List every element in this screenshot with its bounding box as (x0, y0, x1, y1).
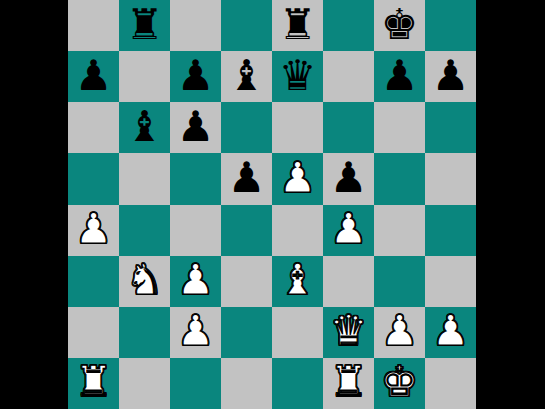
black-queen-e7[interactable]: ♛ (279, 55, 317, 97)
square-h5[interactable] (425, 153, 476, 204)
white-knight-b3[interactable]: ♞ (126, 259, 164, 301)
square-d1[interactable] (221, 358, 272, 409)
black-pawn-d5[interactable]: ♟ (228, 157, 266, 199)
square-c7[interactable]: ♟ (170, 51, 221, 102)
square-a8[interactable] (68, 0, 119, 51)
black-pawn-c6[interactable]: ♟ (177, 106, 215, 148)
square-f4[interactable]: ♟ (323, 205, 374, 256)
square-a6[interactable] (68, 102, 119, 153)
square-g3[interactable] (374, 256, 425, 307)
white-king-g1[interactable]: ♚ (381, 361, 419, 403)
square-e3[interactable]: ♝ (272, 256, 323, 307)
square-e7[interactable]: ♛ (272, 51, 323, 102)
black-pawn-a7[interactable]: ♟ (75, 55, 113, 97)
white-pawn-c2[interactable]: ♟ (177, 310, 215, 352)
square-f2[interactable]: ♛ (323, 307, 374, 358)
square-d4[interactable] (221, 205, 272, 256)
black-bishop-b6[interactable]: ♝ (126, 106, 164, 148)
white-pawn-c3[interactable]: ♟ (177, 259, 215, 301)
square-g7[interactable]: ♟ (374, 51, 425, 102)
square-a7[interactable]: ♟ (68, 51, 119, 102)
white-pawn-h2[interactable]: ♟ (432, 310, 470, 352)
letterbox-left (0, 0, 68, 409)
square-g5[interactable] (374, 153, 425, 204)
square-g4[interactable] (374, 205, 425, 256)
letterbox-right (476, 0, 545, 409)
square-c5[interactable] (170, 153, 221, 204)
square-h4[interactable] (425, 205, 476, 256)
square-b7[interactable] (119, 51, 170, 102)
square-c8[interactable] (170, 0, 221, 51)
square-b2[interactable] (119, 307, 170, 358)
white-pawn-g2[interactable]: ♟ (381, 310, 419, 352)
square-a4[interactable]: ♟ (68, 205, 119, 256)
square-b4[interactable] (119, 205, 170, 256)
square-e8[interactable]: ♜ (272, 0, 323, 51)
white-pawn-e5[interactable]: ♟ (279, 157, 317, 199)
black-pawn-g7[interactable]: ♟ (381, 55, 419, 97)
square-d7[interactable]: ♝ (221, 51, 272, 102)
square-f7[interactable] (323, 51, 374, 102)
chess-board: ♜♜♚♟♟♝♛♟♟♝♟♟♟♟♟♟♞♟♝♟♛♟♟♜♜♚ (68, 0, 476, 409)
black-pawn-c7[interactable]: ♟ (177, 55, 215, 97)
square-h6[interactable] (425, 102, 476, 153)
white-queen-f2[interactable]: ♛ (330, 310, 368, 352)
square-c4[interactable] (170, 205, 221, 256)
video-frame: ♜♜♚♟♟♝♛♟♟♝♟♟♟♟♟♟♞♟♝♟♛♟♟♜♜♚ (0, 0, 545, 409)
square-f8[interactable] (323, 0, 374, 51)
square-g2[interactable]: ♟ (374, 307, 425, 358)
white-bishop-e3[interactable]: ♝ (279, 259, 317, 301)
square-h8[interactable] (425, 0, 476, 51)
square-e1[interactable] (272, 358, 323, 409)
white-rook-a1[interactable]: ♜ (75, 361, 113, 403)
black-pawn-h7[interactable]: ♟ (432, 55, 470, 97)
square-h1[interactable] (425, 358, 476, 409)
black-pawn-f5[interactable]: ♟ (330, 157, 368, 199)
square-d8[interactable] (221, 0, 272, 51)
square-f3[interactable] (323, 256, 374, 307)
square-a5[interactable] (68, 153, 119, 204)
square-c1[interactable] (170, 358, 221, 409)
black-rook-e8[interactable]: ♜ (279, 4, 317, 46)
square-h3[interactable] (425, 256, 476, 307)
square-e6[interactable] (272, 102, 323, 153)
square-h7[interactable]: ♟ (425, 51, 476, 102)
white-pawn-a4[interactable]: ♟ (75, 208, 113, 250)
square-f6[interactable] (323, 102, 374, 153)
square-g1[interactable]: ♚ (374, 358, 425, 409)
square-e4[interactable] (272, 205, 323, 256)
square-b6[interactable]: ♝ (119, 102, 170, 153)
square-f1[interactable]: ♜ (323, 358, 374, 409)
white-pawn-f4[interactable]: ♟ (330, 208, 368, 250)
white-rook-f1[interactable]: ♜ (330, 361, 368, 403)
square-b5[interactable] (119, 153, 170, 204)
square-b1[interactable] (119, 358, 170, 409)
square-g6[interactable] (374, 102, 425, 153)
square-f5[interactable]: ♟ (323, 153, 374, 204)
square-g8[interactable]: ♚ (374, 0, 425, 51)
square-d2[interactable] (221, 307, 272, 358)
square-e5[interactable]: ♟ (272, 153, 323, 204)
square-e2[interactable] (272, 307, 323, 358)
square-b3[interactable]: ♞ (119, 256, 170, 307)
square-d5[interactable]: ♟ (221, 153, 272, 204)
black-rook-b8[interactable]: ♜ (126, 4, 164, 46)
square-d6[interactable] (221, 102, 272, 153)
black-bishop-d7[interactable]: ♝ (228, 55, 266, 97)
square-c2[interactable]: ♟ (170, 307, 221, 358)
square-b8[interactable]: ♜ (119, 0, 170, 51)
square-a1[interactable]: ♜ (68, 358, 119, 409)
square-d3[interactable] (221, 256, 272, 307)
square-c6[interactable]: ♟ (170, 102, 221, 153)
square-a2[interactable] (68, 307, 119, 358)
square-c3[interactable]: ♟ (170, 256, 221, 307)
square-a3[interactable] (68, 256, 119, 307)
square-h2[interactable]: ♟ (425, 307, 476, 358)
black-king-g8[interactable]: ♚ (381, 4, 419, 46)
